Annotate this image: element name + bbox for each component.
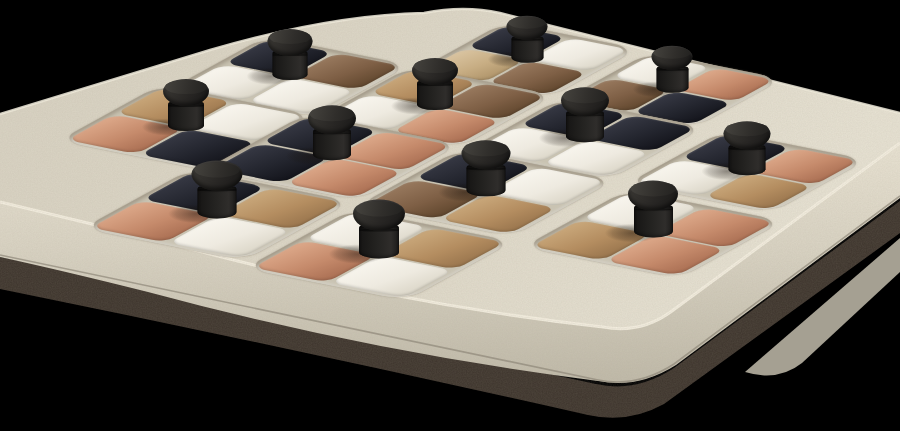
peg-r0c2[interactable] <box>652 46 693 93</box>
peg-cap <box>561 87 609 116</box>
peg-r1c2[interactable] <box>561 87 609 142</box>
product-photo-scene <box>0 0 900 431</box>
peg-body <box>566 111 603 142</box>
peg-body <box>634 205 673 237</box>
peg-r2c1[interactable] <box>308 105 356 160</box>
peg-body <box>272 51 307 80</box>
peg-cap <box>268 29 313 56</box>
peg-body <box>197 186 237 218</box>
peg-cap <box>628 180 678 210</box>
peg-r2c2[interactable] <box>462 140 511 196</box>
peg-cap <box>308 105 356 134</box>
peg-r2c0[interactable] <box>163 79 209 131</box>
peg-r1c0[interactable] <box>268 29 313 80</box>
peg-r0c1[interactable] <box>507 16 548 63</box>
peg-body <box>729 145 766 175</box>
peg-body <box>417 81 453 110</box>
peg-cap <box>353 200 405 231</box>
peg-body <box>656 66 688 92</box>
peg-body <box>359 225 400 258</box>
peg-r1c3[interactable] <box>724 121 771 175</box>
peg-body <box>467 165 505 196</box>
peg-r2c3[interactable] <box>628 180 678 237</box>
peg-body <box>168 102 204 131</box>
peg-r3c1[interactable] <box>192 160 243 218</box>
game-board <box>0 0 900 431</box>
peg-r1c1[interactable] <box>412 58 458 110</box>
peg-body <box>511 36 543 62</box>
peg-body <box>313 129 350 160</box>
peg-r3c2[interactable] <box>353 200 405 259</box>
